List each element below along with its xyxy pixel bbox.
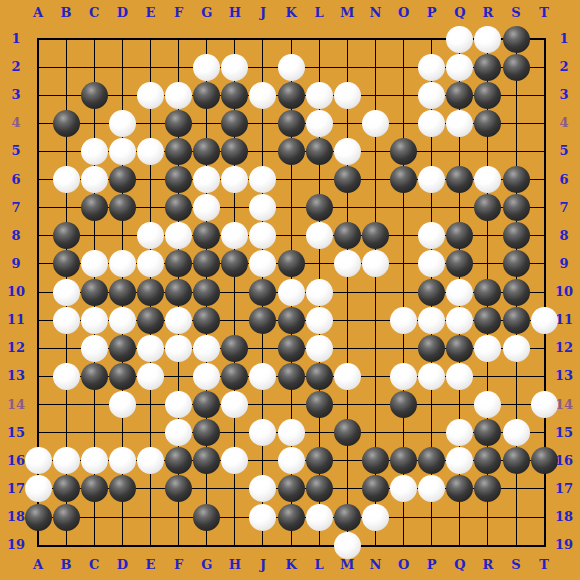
column-label-bottom: Q — [450, 558, 470, 572]
white-stone — [334, 532, 361, 559]
white-stone — [53, 447, 80, 474]
white-stone — [446, 26, 473, 53]
column-label-top: J — [253, 6, 273, 20]
column-label-bottom: E — [140, 558, 160, 572]
black-stone — [446, 82, 473, 109]
black-stone — [278, 363, 305, 390]
black-stone — [278, 138, 305, 165]
row-label-right: 4 — [550, 116, 578, 130]
white-stone — [306, 307, 333, 334]
white-stone — [390, 307, 417, 334]
column-label-bottom: N — [365, 558, 385, 572]
white-stone — [306, 335, 333, 362]
white-stone — [418, 82, 445, 109]
black-stone — [474, 307, 501, 334]
black-stone — [137, 307, 164, 334]
black-stone — [278, 335, 305, 362]
white-stone — [81, 307, 108, 334]
white-stone — [362, 110, 389, 137]
white-stone — [278, 279, 305, 306]
white-stone — [418, 54, 445, 81]
black-stone — [306, 363, 333, 390]
white-stone — [278, 447, 305, 474]
black-stone — [193, 504, 220, 531]
column-label-top: O — [394, 6, 414, 20]
black-stone — [165, 279, 192, 306]
black-stone — [109, 335, 136, 362]
row-label-left: 12 — [2, 341, 30, 355]
column-label-bottom: S — [506, 558, 526, 572]
row-label-left: 6 — [2, 173, 30, 187]
column-label-bottom: D — [112, 558, 132, 572]
column-label-top: N — [365, 6, 385, 20]
row-label-left: 7 — [2, 201, 30, 215]
column-label-top: K — [281, 6, 301, 20]
black-stone — [165, 138, 192, 165]
black-stone — [137, 279, 164, 306]
black-stone — [81, 475, 108, 502]
white-stone — [474, 26, 501, 53]
row-label-right: 10 — [550, 285, 578, 299]
black-stone — [109, 166, 136, 193]
row-label-left: 1 — [2, 32, 30, 46]
white-stone — [25, 475, 52, 502]
black-stone — [249, 307, 276, 334]
black-stone — [503, 250, 530, 277]
white-stone — [109, 138, 136, 165]
white-stone — [249, 82, 276, 109]
white-stone — [81, 166, 108, 193]
row-label-left: 11 — [2, 313, 30, 327]
row-label-right: 15 — [550, 426, 578, 440]
row-label-right: 6 — [550, 173, 578, 187]
white-stone — [137, 82, 164, 109]
black-stone — [306, 391, 333, 418]
white-stone — [446, 54, 473, 81]
black-stone — [221, 82, 248, 109]
black-stone — [503, 307, 530, 334]
row-label-left: 10 — [2, 285, 30, 299]
white-stone — [109, 391, 136, 418]
column-label-bottom: G — [197, 558, 217, 572]
white-stone — [306, 279, 333, 306]
column-label-top: P — [422, 6, 442, 20]
column-label-bottom: A — [28, 558, 48, 572]
white-stone — [193, 363, 220, 390]
white-stone — [418, 307, 445, 334]
white-stone — [278, 419, 305, 446]
black-stone — [81, 82, 108, 109]
column-label-bottom: L — [309, 558, 329, 572]
row-label-right: 8 — [550, 229, 578, 243]
white-stone — [81, 447, 108, 474]
white-stone — [137, 335, 164, 362]
white-stone — [306, 82, 333, 109]
white-stone — [165, 335, 192, 362]
black-stone — [53, 475, 80, 502]
white-stone — [249, 504, 276, 531]
black-stone — [503, 194, 530, 221]
black-stone — [81, 363, 108, 390]
column-label-bottom: R — [478, 558, 498, 572]
white-stone — [193, 54, 220, 81]
black-stone — [306, 138, 333, 165]
black-stone — [334, 419, 361, 446]
row-label-left: 3 — [2, 88, 30, 102]
black-stone — [418, 279, 445, 306]
black-stone — [306, 194, 333, 221]
row-label-right: 19 — [550, 538, 578, 552]
black-stone — [334, 222, 361, 249]
white-stone — [418, 363, 445, 390]
row-label-right: 3 — [550, 88, 578, 102]
row-label-right: 12 — [550, 341, 578, 355]
column-label-bottom: K — [281, 558, 301, 572]
white-stone — [390, 363, 417, 390]
black-stone — [390, 138, 417, 165]
row-label-right: 2 — [550, 60, 578, 74]
white-stone — [531, 307, 558, 334]
white-stone — [531, 391, 558, 418]
column-label-top: E — [140, 6, 160, 20]
black-stone — [306, 447, 333, 474]
white-stone — [109, 110, 136, 137]
white-stone — [306, 222, 333, 249]
row-label-left: 4 — [2, 116, 30, 130]
white-stone — [503, 419, 530, 446]
white-stone — [81, 250, 108, 277]
column-label-top: G — [197, 6, 217, 20]
white-stone — [334, 138, 361, 165]
black-stone — [53, 504, 80, 531]
white-stone — [221, 54, 248, 81]
black-stone — [446, 335, 473, 362]
column-label-bottom: F — [169, 558, 189, 572]
black-stone — [474, 82, 501, 109]
row-label-right: 9 — [550, 257, 578, 271]
column-label-top: M — [337, 6, 357, 20]
go-board[interactable]: AA11BB22CC33DD44EE55FF66GG77HH88JJ99KK10… — [0, 0, 580, 580]
column-label-top: Q — [450, 6, 470, 20]
white-stone — [446, 110, 473, 137]
white-stone — [53, 363, 80, 390]
black-stone — [503, 54, 530, 81]
column-label-bottom: M — [337, 558, 357, 572]
row-label-left: 19 — [2, 538, 30, 552]
white-stone — [81, 138, 108, 165]
white-stone — [53, 166, 80, 193]
row-label-left: 9 — [2, 257, 30, 271]
column-label-top: H — [225, 6, 245, 20]
column-label-bottom: C — [84, 558, 104, 572]
white-stone — [306, 504, 333, 531]
column-label-top: F — [169, 6, 189, 20]
black-stone — [193, 138, 220, 165]
black-stone — [474, 279, 501, 306]
black-stone — [221, 110, 248, 137]
white-stone — [81, 335, 108, 362]
row-label-right: 17 — [550, 482, 578, 496]
white-stone — [503, 335, 530, 362]
black-stone — [278, 250, 305, 277]
row-label-left: 2 — [2, 60, 30, 74]
black-stone — [278, 110, 305, 137]
black-stone — [109, 194, 136, 221]
black-stone — [503, 166, 530, 193]
black-stone — [109, 279, 136, 306]
column-label-bottom: T — [534, 558, 554, 572]
black-stone — [531, 447, 558, 474]
black-stone — [390, 166, 417, 193]
white-stone — [278, 54, 305, 81]
row-label-right: 1 — [550, 32, 578, 46]
row-label-left: 13 — [2, 369, 30, 383]
white-stone — [334, 363, 361, 390]
white-stone — [53, 307, 80, 334]
white-stone — [165, 82, 192, 109]
black-stone — [503, 447, 530, 474]
white-stone — [165, 307, 192, 334]
column-label-top: S — [506, 6, 526, 20]
black-stone — [165, 166, 192, 193]
white-stone — [53, 279, 80, 306]
row-label-left: 5 — [2, 144, 30, 158]
row-label-right: 18 — [550, 510, 578, 524]
black-stone — [418, 335, 445, 362]
column-label-top: D — [112, 6, 132, 20]
column-label-bottom: J — [253, 558, 273, 572]
white-stone — [25, 447, 52, 474]
column-label-top: R — [478, 6, 498, 20]
column-label-top: C — [84, 6, 104, 20]
row-label-right: 13 — [550, 369, 578, 383]
black-stone — [278, 504, 305, 531]
black-stone — [278, 82, 305, 109]
column-label-top: B — [56, 6, 76, 20]
black-stone — [278, 307, 305, 334]
row-label-right: 7 — [550, 201, 578, 215]
row-label-left: 8 — [2, 229, 30, 243]
white-stone — [446, 279, 473, 306]
black-stone — [390, 391, 417, 418]
row-label-right: 5 — [550, 144, 578, 158]
black-stone — [503, 279, 530, 306]
column-label-top: T — [534, 6, 554, 20]
column-label-top: L — [309, 6, 329, 20]
black-stone — [278, 475, 305, 502]
white-stone — [446, 307, 473, 334]
white-stone — [165, 391, 192, 418]
column-label-top: A — [28, 6, 48, 20]
black-stone — [53, 250, 80, 277]
black-stone — [25, 504, 52, 531]
white-stone — [109, 447, 136, 474]
black-stone — [193, 307, 220, 334]
black-stone — [53, 110, 80, 137]
row-label-left: 14 — [2, 398, 30, 412]
white-stone — [137, 138, 164, 165]
black-stone — [503, 26, 530, 53]
white-stone — [362, 504, 389, 531]
black-stone — [221, 335, 248, 362]
black-stone — [503, 222, 530, 249]
white-stone — [193, 335, 220, 362]
column-label-bottom: P — [422, 558, 442, 572]
black-stone — [193, 279, 220, 306]
black-stone — [306, 475, 333, 502]
black-stone — [81, 194, 108, 221]
black-stone — [53, 222, 80, 249]
column-label-bottom: B — [56, 558, 76, 572]
black-stone — [193, 82, 220, 109]
black-stone — [334, 166, 361, 193]
white-stone — [334, 82, 361, 109]
white-stone — [137, 363, 164, 390]
black-stone — [249, 279, 276, 306]
column-label-bottom: H — [225, 558, 245, 572]
black-stone — [165, 110, 192, 137]
black-stone — [474, 54, 501, 81]
column-label-bottom: O — [394, 558, 414, 572]
black-stone — [334, 504, 361, 531]
row-label-left: 15 — [2, 426, 30, 440]
white-stone — [418, 110, 445, 137]
black-stone — [81, 279, 108, 306]
white-stone — [109, 307, 136, 334]
white-stone — [306, 110, 333, 137]
black-stone — [109, 363, 136, 390]
